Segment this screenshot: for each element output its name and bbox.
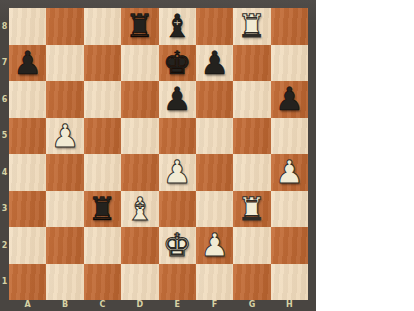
- square-a6[interactable]: [9, 81, 46, 118]
- square-a5[interactable]: [9, 118, 46, 155]
- file-label-h: H: [271, 299, 308, 311]
- rank-label-6: 6: [0, 81, 9, 118]
- square-g2[interactable]: [233, 227, 270, 264]
- white-rook[interactable]: ♜: [238, 10, 267, 42]
- rank-label-7: 7: [0, 45, 9, 82]
- file-label-e: E: [159, 299, 196, 311]
- square-a3[interactable]: [9, 191, 46, 228]
- square-c6[interactable]: [84, 81, 121, 118]
- white-pawn[interactable]: ♟: [51, 120, 80, 152]
- black-bishop[interactable]: ♝: [163, 10, 192, 42]
- square-h4[interactable]: ♟: [271, 154, 308, 191]
- rank-label-2: 2: [0, 227, 9, 264]
- square-e8[interactable]: ♝: [159, 8, 196, 45]
- rank-label-8: 8: [0, 8, 9, 45]
- square-e5[interactable]: [159, 118, 196, 155]
- square-g3[interactable]: ♜: [233, 191, 270, 228]
- square-g4[interactable]: [233, 154, 270, 191]
- square-c3[interactable]: ♜: [84, 191, 121, 228]
- black-pawn[interactable]: ♟: [163, 83, 192, 115]
- file-label-f: F: [196, 299, 233, 311]
- square-d3[interactable]: ♝: [121, 191, 158, 228]
- square-e3[interactable]: [159, 191, 196, 228]
- square-c5[interactable]: [84, 118, 121, 155]
- square-e6[interactable]: ♟: [159, 81, 196, 118]
- white-rook[interactable]: ♜: [238, 193, 267, 225]
- square-h5[interactable]: [271, 118, 308, 155]
- square-d6[interactable]: [121, 81, 158, 118]
- square-a4[interactable]: [9, 154, 46, 191]
- square-g6[interactable]: [233, 81, 270, 118]
- board-frame: 87654321 ♜♝♜♟♚♟♟♟♟♟♟♜♝♜♚♟ ABCDEFGH: [0, 0, 316, 311]
- file-label-d: D: [121, 299, 158, 311]
- black-king[interactable]: ♚: [163, 47, 192, 79]
- black-pawn[interactable]: ♟: [275, 83, 304, 115]
- square-e4[interactable]: ♟: [159, 154, 196, 191]
- square-c8[interactable]: [84, 8, 121, 45]
- file-label-g: G: [233, 299, 270, 311]
- black-rook[interactable]: ♜: [88, 193, 117, 225]
- square-b2[interactable]: [46, 227, 83, 264]
- file-label-b: B: [46, 299, 83, 311]
- square-f1[interactable]: [196, 264, 233, 301]
- white-bishop[interactable]: ♝: [125, 193, 154, 225]
- black-rook[interactable]: ♜: [125, 10, 154, 42]
- square-h7[interactable]: [271, 45, 308, 82]
- square-d7[interactable]: [121, 45, 158, 82]
- square-d1[interactable]: [121, 264, 158, 301]
- square-e2[interactable]: ♚: [159, 227, 196, 264]
- square-f7[interactable]: ♟: [196, 45, 233, 82]
- square-c1[interactable]: [84, 264, 121, 301]
- black-pawn[interactable]: ♟: [200, 47, 229, 79]
- square-e1[interactable]: [159, 264, 196, 301]
- square-a1[interactable]: [9, 264, 46, 301]
- square-f3[interactable]: [196, 191, 233, 228]
- rank-labels: 87654321: [0, 8, 9, 300]
- square-c4[interactable]: [84, 154, 121, 191]
- square-h6[interactable]: ♟: [271, 81, 308, 118]
- square-f8[interactable]: [196, 8, 233, 45]
- square-d2[interactable]: [121, 227, 158, 264]
- square-g8[interactable]: ♜: [233, 8, 270, 45]
- rank-label-4: 4: [0, 154, 9, 191]
- square-e7[interactable]: ♚: [159, 45, 196, 82]
- rank-label-3: 3: [0, 191, 9, 228]
- square-g1[interactable]: [233, 264, 270, 301]
- square-b7[interactable]: [46, 45, 83, 82]
- file-labels: ABCDEFGH: [9, 299, 308, 311]
- square-c7[interactable]: [84, 45, 121, 82]
- black-pawn[interactable]: ♟: [13, 47, 42, 79]
- square-a2[interactable]: [9, 227, 46, 264]
- white-pawn[interactable]: ♟: [163, 156, 192, 188]
- white-pawn[interactable]: ♟: [275, 156, 304, 188]
- white-king[interactable]: ♚: [163, 229, 192, 261]
- chess-board: ♜♝♜♟♚♟♟♟♟♟♟♜♝♜♚♟: [9, 8, 308, 300]
- square-a7[interactable]: ♟: [9, 45, 46, 82]
- square-d4[interactable]: [121, 154, 158, 191]
- square-f2[interactable]: ♟: [196, 227, 233, 264]
- file-label-a: A: [9, 299, 46, 311]
- square-b6[interactable]: [46, 81, 83, 118]
- square-b4[interactable]: [46, 154, 83, 191]
- square-b8[interactable]: [46, 8, 83, 45]
- square-h1[interactable]: [271, 264, 308, 301]
- square-b1[interactable]: [46, 264, 83, 301]
- square-b5[interactable]: ♟: [46, 118, 83, 155]
- square-b3[interactable]: [46, 191, 83, 228]
- square-d8[interactable]: ♜: [121, 8, 158, 45]
- square-d5[interactable]: [121, 118, 158, 155]
- page: { "game": "chess", "position": "3rb1R1/p…: [0, 0, 414, 311]
- white-pawn[interactable]: ♟: [200, 229, 229, 261]
- rank-label-5: 5: [0, 118, 9, 155]
- rank-label-1: 1: [0, 264, 9, 301]
- square-h8[interactable]: [271, 8, 308, 45]
- file-label-c: C: [84, 299, 121, 311]
- square-a8[interactable]: [9, 8, 46, 45]
- square-g5[interactable]: [233, 118, 270, 155]
- square-f5[interactable]: [196, 118, 233, 155]
- square-c2[interactable]: [84, 227, 121, 264]
- square-g7[interactable]: [233, 45, 270, 82]
- square-f6[interactable]: [196, 81, 233, 118]
- square-h2[interactable]: [271, 227, 308, 264]
- square-h3[interactable]: [271, 191, 308, 228]
- square-f4[interactable]: [196, 154, 233, 191]
